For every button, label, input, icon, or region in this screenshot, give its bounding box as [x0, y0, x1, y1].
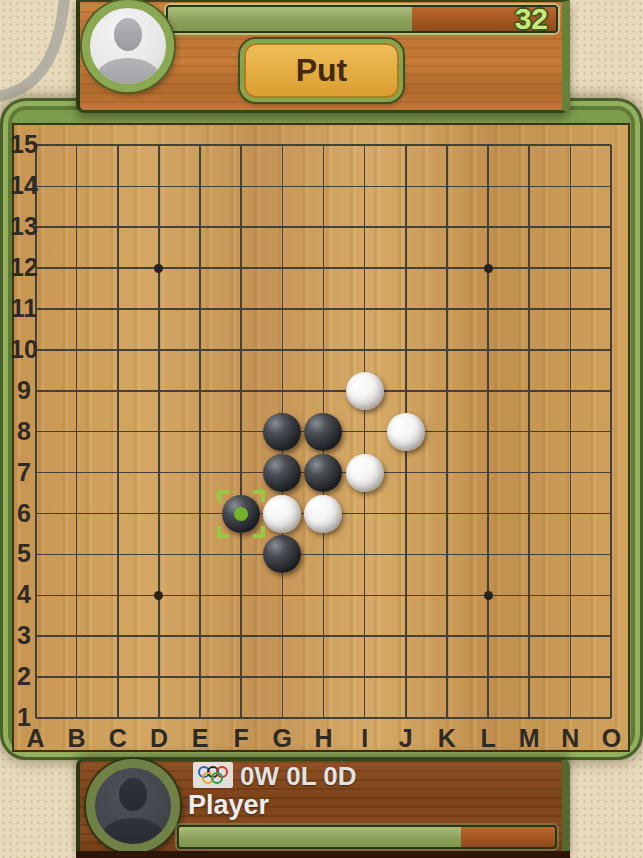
grid-line [36, 676, 612, 678]
row-label: 4 [8, 580, 40, 609]
row-label: 6 [8, 499, 40, 528]
col-label: H [307, 724, 339, 753]
star-point [154, 591, 163, 600]
row-label: 14 [8, 171, 40, 200]
grid-line [610, 145, 612, 718]
white-stone-I7 [346, 454, 384, 492]
col-label: M [513, 724, 545, 753]
grid-line [528, 145, 530, 718]
row-label: 11 [8, 294, 40, 323]
star-point [484, 591, 493, 600]
row-label: 3 [8, 621, 40, 650]
black-stone-G8 [263, 413, 301, 451]
row-label: 13 [8, 212, 40, 241]
row-label: 12 [8, 253, 40, 282]
grid-line [36, 595, 612, 597]
grid-line [36, 554, 612, 556]
row-label: 10 [8, 335, 40, 364]
col-label: N [554, 724, 586, 753]
row-label: 2 [8, 662, 40, 691]
win-loss-draw-record: 0W 0L 0D [240, 761, 357, 792]
grid-line [446, 145, 448, 718]
col-label: K [431, 724, 463, 753]
panel-bottom-edge [76, 851, 570, 858]
opponent-avatar [82, 0, 174, 92]
black-stone-H7 [304, 454, 342, 492]
col-label: O [595, 724, 627, 753]
black-stone-G5 [263, 535, 301, 573]
grid-line [570, 145, 572, 718]
star-point [484, 264, 493, 273]
star-point [154, 264, 163, 273]
timer-remaining [168, 7, 412, 31]
person-icon [119, 778, 148, 811]
olympic-rings-icon [193, 762, 233, 788]
gomoku-app: 123456789101112131415ABCDEFGHIJKLMNO 32 … [0, 0, 643, 858]
row-label: 8 [8, 417, 40, 446]
row-label: 9 [8, 376, 40, 405]
col-label: E [184, 724, 216, 753]
player-panel: 0W 0L 0D Player [76, 758, 570, 858]
player-avatar [86, 759, 180, 853]
grid-line [487, 145, 489, 718]
row-label: 7 [8, 458, 40, 487]
col-label: L [472, 724, 504, 753]
row-label: 15 [8, 130, 40, 159]
person-icon [114, 18, 143, 51]
col-label: B [61, 724, 93, 753]
grid-line [36, 717, 612, 719]
col-label: J [390, 724, 422, 753]
player-timer-bar [177, 825, 557, 849]
black-stone-G7 [263, 454, 301, 492]
col-label: D [143, 724, 175, 753]
col-label: G [266, 724, 298, 753]
col-label: I [349, 724, 381, 753]
opponent-panel: 32 Put [76, 0, 570, 113]
black-stone-H8 [304, 413, 342, 451]
white-stone-H6 [304, 495, 342, 533]
col-label: A [20, 724, 52, 753]
player-name: Player [188, 790, 269, 821]
opponent-timer-bar: 32 [166, 5, 558, 33]
last-move-marker [217, 490, 265, 538]
white-stone-G6 [263, 495, 301, 533]
white-stone-I9 [346, 372, 384, 410]
goban-board[interactable]: 123456789101112131415ABCDEFGHIJKLMNO [12, 123, 630, 752]
timer-value: 32 [515, 5, 548, 33]
row-label: 5 [8, 539, 40, 568]
col-label: F [225, 724, 257, 753]
grid-line [36, 635, 612, 637]
grid-line [364, 145, 366, 718]
put-button[interactable]: Put [240, 39, 403, 102]
white-stone-J8 [387, 413, 425, 451]
col-label: C [102, 724, 134, 753]
